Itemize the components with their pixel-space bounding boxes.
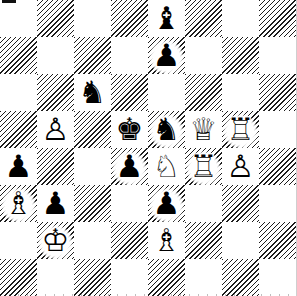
square-a6 — [0, 74, 37, 111]
square-a4: ♟ — [0, 148, 37, 185]
square-g3 — [222, 185, 259, 222]
square-d5: ♚ — [111, 111, 148, 148]
scanned-chess-diagram: ♝♟♞♙♚♞♕♖♟♟♘♖♙♗♟♟♔♗ — [0, 0, 297, 296]
black-king: ♚ — [111, 111, 148, 148]
square-e2: ♗ — [148, 222, 185, 259]
square-h2 — [259, 222, 296, 259]
square-d2 — [111, 222, 148, 259]
black-pawn: ♟ — [111, 148, 148, 185]
square-f5: ♕ — [185, 111, 222, 148]
square-b1 — [37, 259, 74, 296]
black-pawn: ♟ — [37, 185, 74, 222]
square-c8 — [74, 0, 111, 37]
black-pawn: ♟ — [0, 148, 37, 185]
square-f2 — [185, 222, 222, 259]
black-pawn: ♟ — [148, 185, 185, 222]
square-d6 — [111, 74, 148, 111]
square-c7 — [74, 37, 111, 74]
square-d3 — [111, 185, 148, 222]
square-d1 — [111, 259, 148, 296]
white-rook: ♖ — [222, 111, 259, 148]
square-g6 — [222, 74, 259, 111]
black-knight: ♞ — [74, 74, 111, 111]
square-h4 — [259, 148, 296, 185]
square-g1 — [222, 259, 259, 296]
square-g4: ♙ — [222, 148, 259, 185]
square-d7 — [111, 37, 148, 74]
black-pawn: ♟ — [148, 37, 185, 74]
square-c3 — [74, 185, 111, 222]
square-h6 — [259, 74, 296, 111]
square-f6 — [185, 74, 222, 111]
square-c1 — [74, 259, 111, 296]
square-b8 — [37, 0, 74, 37]
square-e8: ♝ — [148, 0, 185, 37]
square-h8 — [259, 0, 296, 37]
square-g8 — [222, 0, 259, 37]
square-a2 — [0, 222, 37, 259]
square-a3: ♗ — [0, 185, 37, 222]
square-f4: ♖ — [185, 148, 222, 185]
square-f8 — [185, 0, 222, 37]
square-g2 — [222, 222, 259, 259]
square-c2 — [74, 222, 111, 259]
white-queen: ♕ — [185, 111, 222, 148]
square-d4: ♟ — [111, 148, 148, 185]
square-f3 — [185, 185, 222, 222]
square-a5 — [0, 111, 37, 148]
square-b2: ♔ — [37, 222, 74, 259]
square-h1 — [259, 259, 296, 296]
white-pawn: ♙ — [222, 148, 259, 185]
black-knight: ♞ — [148, 111, 185, 148]
white-bishop: ♗ — [0, 185, 37, 222]
square-e5: ♞ — [148, 111, 185, 148]
square-b4 — [37, 148, 74, 185]
square-a8 — [0, 0, 37, 37]
square-a7 — [0, 37, 37, 74]
square-g7 — [222, 37, 259, 74]
square-g5: ♖ — [222, 111, 259, 148]
square-c5 — [74, 111, 111, 148]
square-c4 — [74, 148, 111, 185]
square-h7 — [259, 37, 296, 74]
square-b5: ♙ — [37, 111, 74, 148]
white-bishop: ♗ — [148, 222, 185, 259]
square-b3: ♟ — [37, 185, 74, 222]
white-knight: ♘ — [148, 148, 185, 185]
white-pawn: ♙ — [37, 111, 74, 148]
square-e7: ♟ — [148, 37, 185, 74]
square-e4: ♘ — [148, 148, 185, 185]
square-e1 — [148, 259, 185, 296]
black-bishop: ♝ — [148, 0, 185, 37]
square-h3 — [259, 185, 296, 222]
chess-board: ♝♟♞♙♚♞♕♖♟♟♘♖♙♗♟♟♔♗ — [0, 0, 296, 296]
square-f7 — [185, 37, 222, 74]
square-e6 — [148, 74, 185, 111]
square-b6 — [37, 74, 74, 111]
square-f1 — [185, 259, 222, 296]
scan-artifact — [2, 0, 16, 3]
square-a1 — [0, 259, 37, 296]
square-b7 — [37, 37, 74, 74]
white-king: ♔ — [37, 222, 74, 259]
square-c6: ♞ — [74, 74, 111, 111]
white-rook: ♖ — [185, 148, 222, 185]
square-d8 — [111, 0, 148, 37]
square-e3: ♟ — [148, 185, 185, 222]
square-h5 — [259, 111, 296, 148]
